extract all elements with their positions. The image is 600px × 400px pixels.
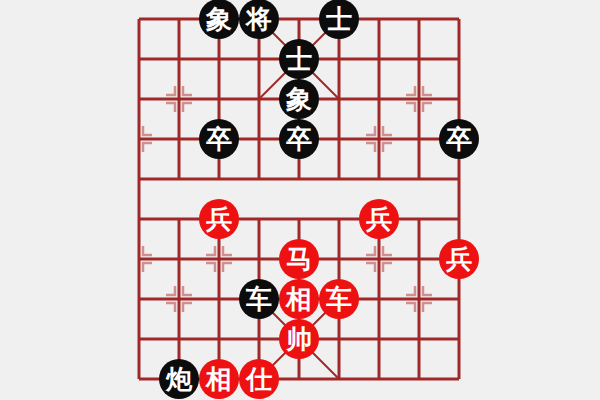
piece-red-elephant[interactable]: 相 [279, 279, 319, 319]
piece-black-cannon[interactable]: 炮 [159, 359, 199, 399]
piece-black-pawn[interactable]: 卒 [439, 119, 479, 159]
piece-red-horse[interactable]: 马 [279, 239, 319, 279]
piece-red-pawn[interactable]: 兵 [199, 199, 239, 239]
piece-red-king[interactable]: 帅 [279, 319, 319, 359]
pieces-layer: 象将士士象卒卒卒兵兵马兵车相车帅炮相仕 [139, 19, 459, 379]
piece-black-pawn[interactable]: 卒 [279, 119, 319, 159]
piece-black-pawn[interactable]: 卒 [199, 119, 239, 159]
xiangqi-app-canvas: 象将士士象卒卒卒兵兵马兵车相车帅炮相仕 [0, 0, 600, 400]
piece-black-advisor[interactable]: 士 [319, 0, 359, 39]
piece-black-elephant[interactable]: 象 [199, 0, 239, 39]
piece-black-general[interactable]: 将 [239, 0, 279, 39]
piece-black-rook[interactable]: 车 [239, 279, 279, 319]
piece-red-advisor[interactable]: 仕 [239, 359, 279, 399]
piece-red-rook[interactable]: 车 [319, 279, 359, 319]
piece-black-advisor[interactable]: 士 [279, 39, 319, 79]
piece-red-elephant[interactable]: 相 [199, 359, 239, 399]
piece-red-pawn[interactable]: 兵 [359, 199, 399, 239]
piece-black-elephant[interactable]: 象 [279, 79, 319, 119]
xiangqi-board[interactable]: 象将士士象卒卒卒兵兵马兵车相车帅炮相仕 [139, 19, 459, 379]
piece-red-pawn[interactable]: 兵 [439, 239, 479, 279]
